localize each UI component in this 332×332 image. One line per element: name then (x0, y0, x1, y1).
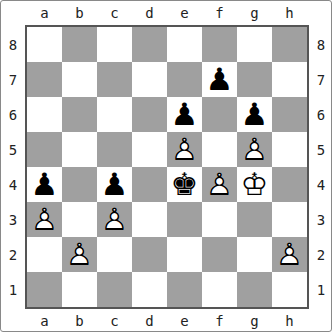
rank-label-1: 1 (309, 272, 332, 307)
square-b6[interactable] (62, 97, 97, 132)
square-e7[interactable] (167, 62, 202, 97)
file-label-d: d (132, 309, 167, 332)
piece-fill: ♚ (237, 167, 272, 202)
square-d2[interactable] (132, 237, 167, 272)
square-e6[interactable]: ♟ (167, 97, 202, 132)
piece-black-pawn[interactable]: ♟ (167, 97, 202, 132)
rank-label-6: 6 (1, 97, 25, 132)
square-f3[interactable] (202, 202, 237, 237)
chess-diagram: abcdefgh 87654321 ♟♟♟♟♙♟♙♟♟♚♟♙♚♔♟♙♟♙♟♙♟♙… (0, 0, 332, 332)
square-c4[interactable]: ♟ (97, 167, 132, 202)
square-h4[interactable] (272, 167, 307, 202)
square-f6[interactable] (202, 97, 237, 132)
square-c8[interactable] (97, 27, 132, 62)
file-label-g: g (237, 1, 272, 25)
square-b3[interactable] (62, 202, 97, 237)
square-f2[interactable] (202, 237, 237, 272)
rank-label-5: 5 (1, 132, 25, 167)
rank-label-2: 2 (309, 237, 332, 272)
square-b7[interactable] (62, 62, 97, 97)
file-label-h: h (272, 309, 307, 332)
square-g5[interactable]: ♟♙ (237, 132, 272, 167)
piece-fill: ♟ (202, 167, 237, 202)
file-label-e: e (167, 309, 202, 332)
piece-white-pawn[interactable]: ♙ (202, 167, 237, 202)
piece-black-pawn[interactable]: ♟ (202, 62, 237, 97)
square-g3[interactable] (237, 202, 272, 237)
square-b1[interactable] (62, 272, 97, 307)
rank-label-7: 7 (309, 62, 332, 97)
piece-fill: ♟ (167, 132, 202, 167)
file-label-f: f (202, 309, 237, 332)
piece-black-pawn[interactable]: ♟ (27, 167, 62, 202)
square-e4[interactable]: ♚ (167, 167, 202, 202)
file-labels-top: abcdefgh (27, 1, 307, 25)
square-h1[interactable] (272, 272, 307, 307)
square-f5[interactable] (202, 132, 237, 167)
square-e5[interactable]: ♟♙ (167, 132, 202, 167)
chess-board: ♟♟♟♟♙♟♙♟♟♚♟♙♚♔♟♙♟♙♟♙♟♙ (25, 25, 309, 309)
square-c6[interactable] (97, 97, 132, 132)
square-a6[interactable] (27, 97, 62, 132)
file-label-a: a (27, 309, 62, 332)
square-e3[interactable] (167, 202, 202, 237)
piece-fill: ♟ (237, 132, 272, 167)
square-g6[interactable]: ♟ (237, 97, 272, 132)
rank-label-8: 8 (309, 27, 332, 62)
square-a3[interactable]: ♟♙ (27, 202, 62, 237)
piece-fill: ♟ (97, 202, 132, 237)
square-d4[interactable] (132, 167, 167, 202)
square-e8[interactable] (167, 27, 202, 62)
rank-label-3: 3 (309, 202, 332, 237)
square-a7[interactable] (27, 62, 62, 97)
square-h6[interactable] (272, 97, 307, 132)
piece-white-pawn[interactable]: ♙ (272, 237, 307, 272)
square-c1[interactable] (97, 272, 132, 307)
rank-label-6: 6 (309, 97, 332, 132)
square-f4[interactable]: ♟♙ (202, 167, 237, 202)
file-label-f: f (202, 1, 237, 25)
square-h2[interactable]: ♟♙ (272, 237, 307, 272)
rank-label-4: 4 (1, 167, 25, 202)
piece-black-pawn[interactable]: ♟ (97, 167, 132, 202)
square-f7[interactable]: ♟ (202, 62, 237, 97)
square-h8[interactable] (272, 27, 307, 62)
rank-label-1: 1 (1, 272, 25, 307)
rank-labels-right: 87654321 (309, 27, 332, 307)
piece-white-king[interactable]: ♔ (237, 167, 272, 202)
square-g2[interactable] (237, 237, 272, 272)
square-c2[interactable] (97, 237, 132, 272)
square-b8[interactable] (62, 27, 97, 62)
square-f1[interactable] (202, 272, 237, 307)
square-a4[interactable]: ♟ (27, 167, 62, 202)
square-a5[interactable] (27, 132, 62, 167)
rank-label-7: 7 (1, 62, 25, 97)
square-f8[interactable] (202, 27, 237, 62)
file-label-a: a (27, 1, 62, 25)
square-a2[interactable] (27, 237, 62, 272)
piece-black-pawn[interactable]: ♟ (237, 97, 272, 132)
piece-white-pawn[interactable]: ♙ (167, 132, 202, 167)
square-g4[interactable]: ♚♔ (237, 167, 272, 202)
square-c3[interactable]: ♟♙ (97, 202, 132, 237)
square-e2[interactable] (167, 237, 202, 272)
rank-label-5: 5 (309, 132, 332, 167)
file-label-b: b (62, 1, 97, 25)
square-d5[interactable] (132, 132, 167, 167)
file-label-c: c (97, 1, 132, 25)
square-d6[interactable] (132, 97, 167, 132)
square-h3[interactable] (272, 202, 307, 237)
piece-fill: ♟ (27, 202, 62, 237)
file-label-h: h (272, 1, 307, 25)
rank-label-2: 2 (1, 237, 25, 272)
square-c7[interactable] (97, 62, 132, 97)
square-g8[interactable] (237, 27, 272, 62)
square-d8[interactable] (132, 27, 167, 62)
rank-label-4: 4 (309, 167, 332, 202)
file-label-b: b (62, 309, 97, 332)
square-d7[interactable] (132, 62, 167, 97)
file-label-c: c (97, 309, 132, 332)
square-a1[interactable] (27, 272, 62, 307)
square-b5[interactable] (62, 132, 97, 167)
file-label-g: g (237, 309, 272, 332)
square-g7[interactable] (237, 62, 272, 97)
piece-white-pawn[interactable]: ♙ (97, 202, 132, 237)
square-e1[interactable] (167, 272, 202, 307)
rank-label-8: 8 (1, 27, 25, 62)
square-c5[interactable] (97, 132, 132, 167)
square-b2[interactable]: ♟♙ (62, 237, 97, 272)
square-a8[interactable] (27, 27, 62, 62)
square-d3[interactable] (132, 202, 167, 237)
square-b4[interactable] (62, 167, 97, 202)
piece-fill: ♟ (62, 237, 97, 272)
piece-fill: ♟ (272, 237, 307, 272)
piece-black-king[interactable]: ♚ (167, 167, 202, 202)
file-label-e: e (167, 1, 202, 25)
square-h5[interactable] (272, 132, 307, 167)
square-g1[interactable] (237, 272, 272, 307)
piece-white-pawn[interactable]: ♙ (27, 202, 62, 237)
piece-white-pawn[interactable]: ♙ (237, 132, 272, 167)
rank-labels-left: 87654321 (1, 27, 25, 307)
rank-label-3: 3 (1, 202, 25, 237)
file-labels-bottom: abcdefgh (27, 309, 307, 332)
square-h7[interactable] (272, 62, 307, 97)
piece-white-pawn[interactable]: ♙ (62, 237, 97, 272)
file-label-d: d (132, 1, 167, 25)
square-d1[interactable] (132, 272, 167, 307)
